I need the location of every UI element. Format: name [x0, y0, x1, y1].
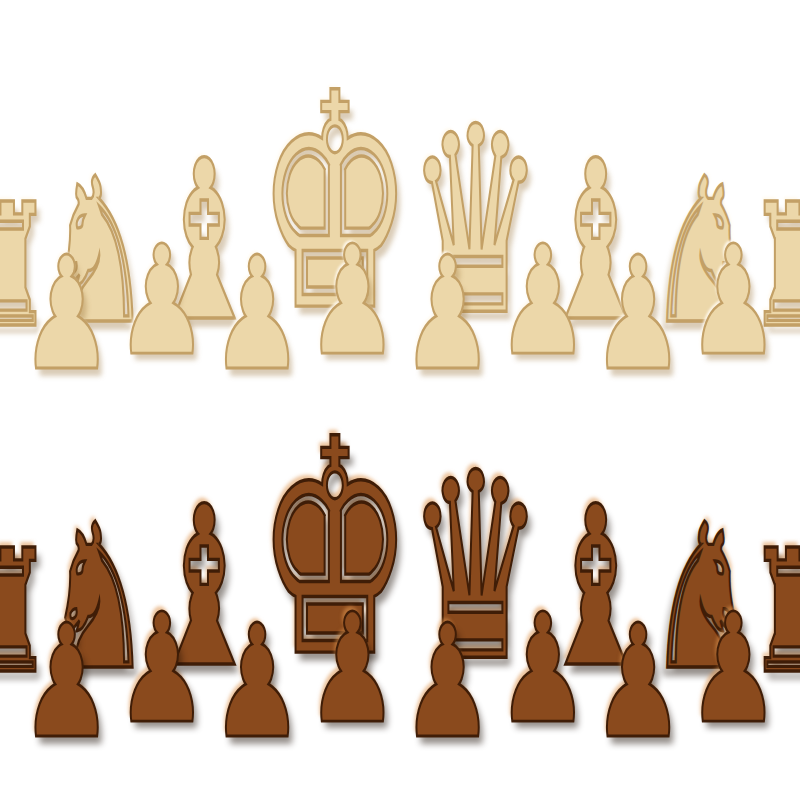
white-pawn: ♟	[306, 225, 399, 376]
white-pawn: ♟	[211, 236, 304, 392]
black-pawn: ♟	[211, 604, 304, 760]
black-piece-set: ♜ ♞ ♝ ♚ ♛ ♝ ♞ ♜ ♟ ♟ ♟ ♟ ♟ ♟ ♟ ♟	[0, 400, 800, 800]
chess-set-product-photo: ♜ ♞ ♝ ♚ ♛ ♝ ♞ ♜ ♟ ♟ ♟ ♟ ♟ ♟ ♟ ♟ ♜ ♞ ♝ ♚ …	[0, 0, 800, 800]
black-pawn: ♟	[20, 604, 113, 760]
white-pawn-row: ♟ ♟ ♟ ♟ ♟ ♟ ♟ ♟	[0, 288, 800, 392]
white-pawn: ♟	[20, 236, 113, 392]
white-pawn: ♟	[687, 225, 780, 376]
black-pawn: ♟	[306, 593, 399, 744]
white-pawn: ♟	[401, 236, 494, 392]
white-pawn: ♟	[496, 225, 589, 376]
black-pawn: ♟	[401, 604, 494, 760]
black-pawn: ♟	[496, 593, 589, 744]
white-pawn: ♟	[115, 225, 208, 376]
black-pawn: ♟	[591, 604, 684, 760]
black-pawn: ♟	[115, 593, 208, 744]
black-pawn: ♟	[687, 593, 780, 744]
white-piece-set: ♜ ♞ ♝ ♚ ♛ ♝ ♞ ♜ ♟ ♟ ♟ ♟ ♟ ♟ ♟ ♟	[0, 0, 800, 400]
black-pawn-row: ♟ ♟ ♟ ♟ ♟ ♟ ♟ ♟	[0, 656, 800, 760]
white-pawn: ♟	[591, 236, 684, 392]
